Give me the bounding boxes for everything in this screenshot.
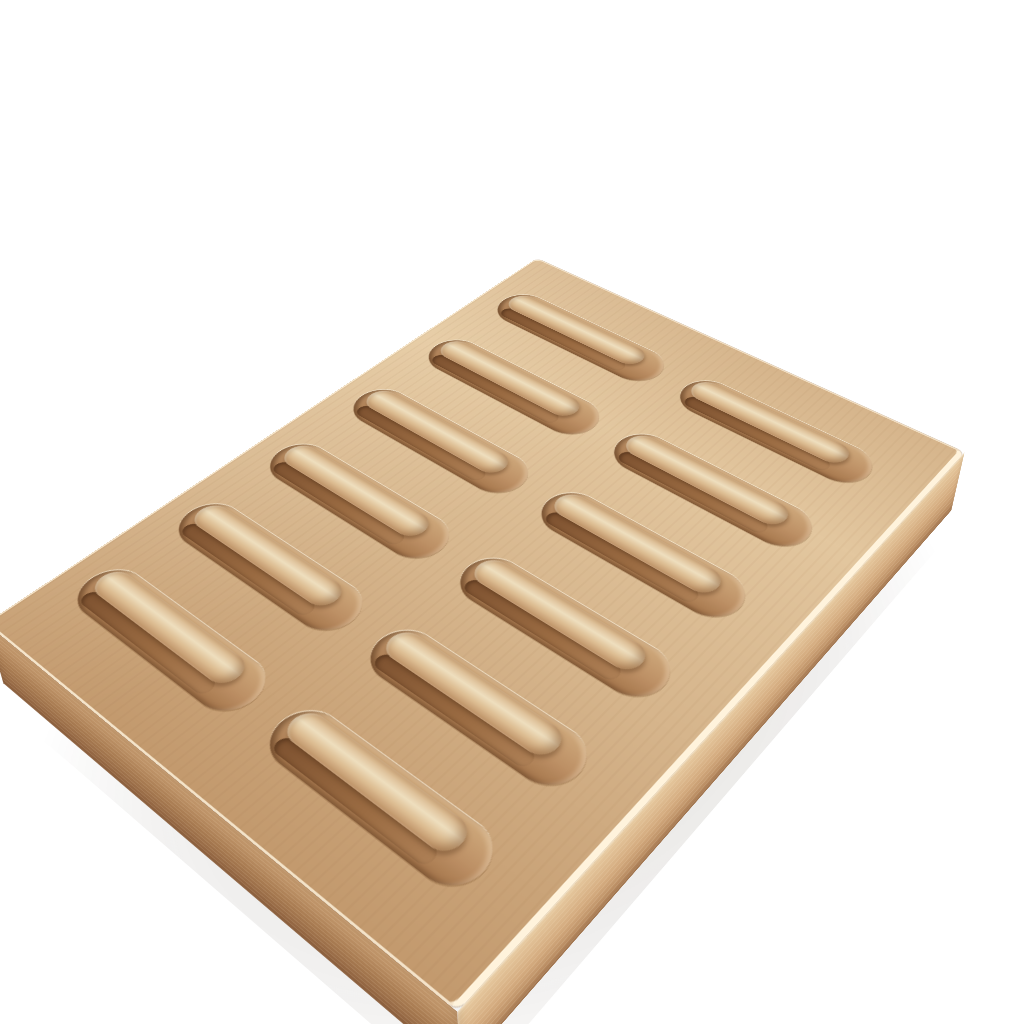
ring-display-tray	[0, 285, 958, 1024]
ring-rest-bar	[278, 441, 436, 540]
ring-rest-bar	[685, 378, 854, 466]
ring-rest-bar	[467, 555, 652, 675]
ring-rest-bar	[378, 627, 569, 761]
ring-rest-bar	[279, 707, 476, 859]
ring-rest-bar	[503, 292, 650, 367]
ring-rest-bar	[187, 501, 349, 611]
ring-rest-bar	[434, 338, 585, 420]
photo-background	[0, 0, 1024, 1024]
ring-slot	[64, 561, 280, 722]
ring-rest-bar	[360, 387, 515, 477]
scene	[0, 0, 1024, 1024]
